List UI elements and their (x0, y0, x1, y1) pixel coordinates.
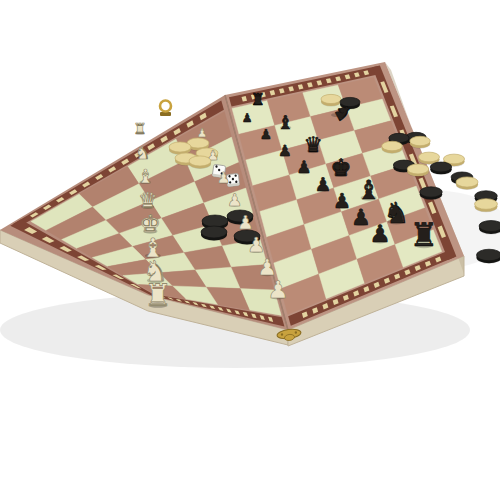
checker-black (479, 221, 500, 232)
chess-piece-black-rook: ♜ (410, 216, 439, 254)
checker-cream (418, 152, 439, 162)
checker-black (477, 249, 500, 261)
checker-black (420, 187, 442, 197)
checker-cream (382, 141, 403, 150)
chess-piece-black-pawn: ♟ (278, 142, 292, 160)
chess-piece-white-knight: ♞ (135, 143, 150, 163)
chess-piece-black-pawn: ♟ (242, 111, 253, 125)
chess-piece-white-rook: ♜ (144, 277, 172, 313)
chess-piece-black-pawn: ♟ (260, 126, 272, 142)
chess-piece-black-pawn: ♟ (296, 157, 311, 177)
hinge-ring-icon (160, 101, 171, 112)
chess-piece-white-queen: ♛ (138, 188, 158, 213)
checker-cream (407, 164, 429, 174)
chess-piece-white-rook: ♜ (133, 120, 146, 138)
checker-black (430, 162, 451, 172)
checker-cream (475, 199, 498, 210)
checker-cream (189, 156, 211, 166)
chess-piece-black-pawn: ♟ (369, 220, 391, 248)
chess-piece-black-pawn: ♟ (351, 204, 371, 230)
chess-piece-white-pawn: ♟ (267, 276, 289, 304)
chess-piece-white-pawn: ♟ (227, 190, 242, 210)
checker-black (202, 215, 228, 227)
board-scene-canvas: ♜♞♟♝♜♟♟♛♟♞♟♟♚♟♝♟♝♟♛♟♞♟♟♚♟♜♟♝♟♞♟♜ (0, 0, 500, 500)
checker-cream (169, 142, 191, 152)
chess-piece-black-queen: ♛ (304, 132, 323, 157)
chess-piece-white-bishop: ♝ (136, 165, 154, 188)
checker-cream (321, 94, 341, 103)
chess-piece-black-king: ♚ (330, 154, 352, 182)
chess-piece-black-bishop: ♝ (357, 174, 381, 205)
checker-cream (456, 177, 478, 187)
chess-piece-black-pawn: ♟ (315, 174, 332, 195)
chess-piece-black-bishop: ♝ (277, 112, 294, 133)
chess-piece-white-pawn: ♟ (217, 169, 231, 187)
chess-set-photo: ♜♞♟♝♜♟♟♛♟♞♟♟♚♟♝♟♝♟♛♟♞♟♟♚♟♜♟♝♟♞♟♜ (0, 0, 500, 500)
checker-black (201, 226, 227, 238)
chess-piece-black-rook: ♜ (251, 90, 265, 109)
chess-piece-black-pawn: ♟ (333, 189, 351, 213)
checker-cream (410, 136, 430, 145)
